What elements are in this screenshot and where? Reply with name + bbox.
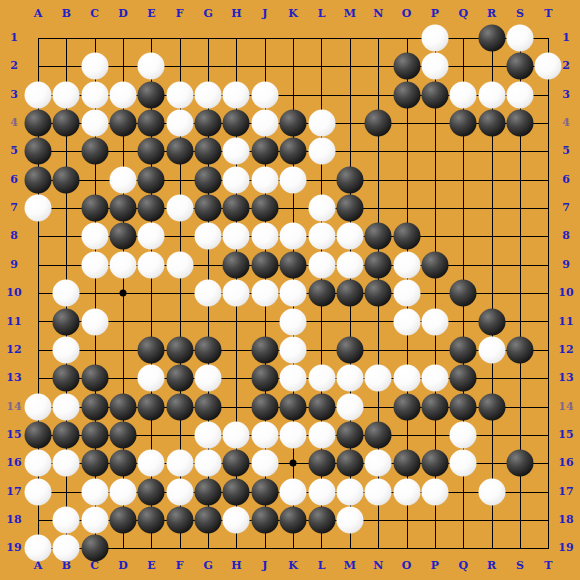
col-label-top-T: T bbox=[534, 8, 562, 20]
black-stone-d18 bbox=[110, 506, 137, 533]
white-stone-e13 bbox=[138, 365, 165, 392]
white-stone-m13 bbox=[336, 365, 363, 392]
white-stone-j4 bbox=[251, 110, 278, 137]
row-label-left-12: 12 bbox=[0, 344, 28, 356]
black-stone-s4 bbox=[506, 110, 533, 137]
row-label-right-11: 11 bbox=[552, 316, 580, 328]
row-label-right-16: 16 bbox=[552, 457, 580, 469]
row-label-right-14: 14 bbox=[552, 401, 580, 413]
white-stone-c17 bbox=[81, 478, 108, 505]
white-stone-l4 bbox=[308, 110, 335, 137]
white-stone-f4 bbox=[166, 110, 193, 137]
white-stone-s3 bbox=[506, 81, 533, 108]
white-stone-h3 bbox=[223, 81, 250, 108]
row-label-left-2: 2 bbox=[0, 60, 28, 72]
white-stone-r12 bbox=[478, 336, 505, 363]
black-stone-m16 bbox=[336, 450, 363, 477]
white-stone-t2 bbox=[535, 53, 562, 80]
white-stone-o11 bbox=[393, 308, 420, 335]
white-stone-l8 bbox=[308, 223, 335, 250]
black-stone-j5 bbox=[251, 138, 278, 165]
black-stone-k5 bbox=[280, 138, 307, 165]
white-stone-d17 bbox=[110, 478, 137, 505]
white-stone-j3 bbox=[251, 81, 278, 108]
black-stone-s12 bbox=[506, 336, 533, 363]
col-label-bottom-M: M bbox=[336, 560, 364, 572]
white-stone-o10 bbox=[393, 280, 420, 307]
col-label-top-Q: Q bbox=[449, 8, 477, 20]
white-stone-g10 bbox=[195, 280, 222, 307]
col-label-top-J: J bbox=[251, 8, 279, 20]
row-label-right-1: 1 bbox=[552, 32, 580, 44]
black-stone-s16 bbox=[506, 450, 533, 477]
white-stone-h8 bbox=[223, 223, 250, 250]
col-label-bottom-F: F bbox=[166, 560, 194, 572]
black-stone-m12 bbox=[336, 336, 363, 363]
white-stone-b18 bbox=[53, 506, 80, 533]
black-stone-a15 bbox=[25, 421, 52, 448]
black-stone-e14 bbox=[138, 393, 165, 420]
black-stone-q14 bbox=[450, 393, 477, 420]
white-stone-b19 bbox=[53, 535, 80, 562]
black-stone-g14 bbox=[195, 393, 222, 420]
white-stone-m14 bbox=[336, 393, 363, 420]
white-stone-s1 bbox=[506, 25, 533, 52]
black-stone-d14 bbox=[110, 393, 137, 420]
black-stone-k9 bbox=[280, 251, 307, 278]
white-stone-o9 bbox=[393, 251, 420, 278]
black-stone-b13 bbox=[53, 365, 80, 392]
col-label-bottom-Q: Q bbox=[449, 560, 477, 572]
black-stone-n4 bbox=[365, 110, 392, 137]
row-label-left-10: 10 bbox=[0, 287, 28, 299]
col-label-bottom-C: C bbox=[81, 560, 109, 572]
black-stone-h7 bbox=[223, 195, 250, 222]
white-stone-j15 bbox=[251, 421, 278, 448]
col-label-top-R: R bbox=[478, 8, 506, 20]
white-stone-n16 bbox=[365, 450, 392, 477]
star-point-d10 bbox=[120, 290, 127, 297]
black-stone-j9 bbox=[251, 251, 278, 278]
black-stone-f18 bbox=[166, 506, 193, 533]
white-stone-a19 bbox=[25, 535, 52, 562]
white-stone-a3 bbox=[25, 81, 52, 108]
white-stone-k17 bbox=[280, 478, 307, 505]
black-stone-d15 bbox=[110, 421, 137, 448]
black-stone-h16 bbox=[223, 450, 250, 477]
black-stone-q10 bbox=[450, 280, 477, 307]
white-stone-j6 bbox=[251, 166, 278, 193]
black-stone-e4 bbox=[138, 110, 165, 137]
white-stone-k8 bbox=[280, 223, 307, 250]
white-stone-l7 bbox=[308, 195, 335, 222]
black-stone-e18 bbox=[138, 506, 165, 533]
black-stone-j14 bbox=[251, 393, 278, 420]
black-stone-j7 bbox=[251, 195, 278, 222]
black-stone-h17 bbox=[223, 478, 250, 505]
white-stone-j8 bbox=[251, 223, 278, 250]
white-stone-p17 bbox=[421, 478, 448, 505]
white-stone-k13 bbox=[280, 365, 307, 392]
white-stone-h10 bbox=[223, 280, 250, 307]
white-stone-f16 bbox=[166, 450, 193, 477]
black-stone-l10 bbox=[308, 280, 335, 307]
black-stone-c7 bbox=[81, 195, 108, 222]
row-label-right-8: 8 bbox=[552, 230, 580, 242]
col-label-top-K: K bbox=[279, 8, 307, 20]
white-stone-p2 bbox=[421, 53, 448, 80]
col-label-bottom-D: D bbox=[109, 560, 137, 572]
white-stone-l5 bbox=[308, 138, 335, 165]
black-stone-p16 bbox=[421, 450, 448, 477]
black-stone-m10 bbox=[336, 280, 363, 307]
col-label-top-H: H bbox=[222, 8, 250, 20]
white-stone-f3 bbox=[166, 81, 193, 108]
white-stone-p13 bbox=[421, 365, 448, 392]
col-label-top-E: E bbox=[137, 8, 165, 20]
col-label-bottom-R: R bbox=[478, 560, 506, 572]
white-stone-m9 bbox=[336, 251, 363, 278]
white-stone-f9 bbox=[166, 251, 193, 278]
col-label-bottom-P: P bbox=[421, 560, 449, 572]
white-stone-l9 bbox=[308, 251, 335, 278]
col-label-top-G: G bbox=[194, 8, 222, 20]
black-stone-f12 bbox=[166, 336, 193, 363]
black-stone-q13 bbox=[450, 365, 477, 392]
black-stone-r11 bbox=[478, 308, 505, 335]
white-stone-a14 bbox=[25, 393, 52, 420]
black-stone-s2 bbox=[506, 53, 533, 80]
black-stone-a4 bbox=[25, 110, 52, 137]
row-label-right-9: 9 bbox=[552, 259, 580, 271]
black-stone-n10 bbox=[365, 280, 392, 307]
black-stone-g5 bbox=[195, 138, 222, 165]
col-label-bottom-G: G bbox=[194, 560, 222, 572]
white-stone-e2 bbox=[138, 53, 165, 80]
black-stone-p3 bbox=[421, 81, 448, 108]
row-label-left-11: 11 bbox=[0, 316, 28, 328]
white-stone-a16 bbox=[25, 450, 52, 477]
white-stone-a7 bbox=[25, 195, 52, 222]
black-stone-g12 bbox=[195, 336, 222, 363]
black-stone-d7 bbox=[110, 195, 137, 222]
black-stone-e3 bbox=[138, 81, 165, 108]
col-label-top-C: C bbox=[81, 8, 109, 20]
white-stone-q15 bbox=[450, 421, 477, 448]
black-stone-q4 bbox=[450, 110, 477, 137]
col-label-top-A: A bbox=[24, 8, 52, 20]
black-stone-g6 bbox=[195, 166, 222, 193]
white-stone-e8 bbox=[138, 223, 165, 250]
black-stone-m6 bbox=[336, 166, 363, 193]
black-stone-j18 bbox=[251, 506, 278, 533]
black-stone-c14 bbox=[81, 393, 108, 420]
col-label-top-P: P bbox=[421, 8, 449, 20]
white-stone-b14 bbox=[53, 393, 80, 420]
col-label-bottom-T: T bbox=[534, 560, 562, 572]
row-label-right-5: 5 bbox=[552, 145, 580, 157]
black-stone-j13 bbox=[251, 365, 278, 392]
row-label-right-3: 3 bbox=[552, 89, 580, 101]
row-label-right-13: 13 bbox=[552, 372, 580, 384]
white-stone-c4 bbox=[81, 110, 108, 137]
black-stone-c15 bbox=[81, 421, 108, 448]
black-stone-n9 bbox=[365, 251, 392, 278]
black-stone-c13 bbox=[81, 365, 108, 392]
black-stone-o2 bbox=[393, 53, 420, 80]
white-stone-g16 bbox=[195, 450, 222, 477]
black-stone-d4 bbox=[110, 110, 137, 137]
white-stone-k15 bbox=[280, 421, 307, 448]
col-label-top-M: M bbox=[336, 8, 364, 20]
white-stone-k10 bbox=[280, 280, 307, 307]
black-stone-q12 bbox=[450, 336, 477, 363]
white-stone-g3 bbox=[195, 81, 222, 108]
black-stone-e17 bbox=[138, 478, 165, 505]
black-stone-j17 bbox=[251, 478, 278, 505]
col-label-bottom-E: E bbox=[137, 560, 165, 572]
black-stone-e5 bbox=[138, 138, 165, 165]
star-point-k16 bbox=[290, 460, 297, 467]
col-label-bottom-S: S bbox=[506, 560, 534, 572]
row-label-right-4: 4 bbox=[552, 117, 580, 129]
white-stone-o13 bbox=[393, 365, 420, 392]
col-label-bottom-B: B bbox=[52, 560, 80, 572]
black-stone-o8 bbox=[393, 223, 420, 250]
white-stone-n17 bbox=[365, 478, 392, 505]
white-stone-m17 bbox=[336, 478, 363, 505]
black-stone-j12 bbox=[251, 336, 278, 363]
white-stone-b10 bbox=[53, 280, 80, 307]
black-stone-n15 bbox=[365, 421, 392, 448]
row-label-right-12: 12 bbox=[552, 344, 580, 356]
black-stone-g17 bbox=[195, 478, 222, 505]
col-label-bottom-N: N bbox=[364, 560, 392, 572]
black-stone-n8 bbox=[365, 223, 392, 250]
row-label-left-8: 8 bbox=[0, 230, 28, 242]
white-stone-r17 bbox=[478, 478, 505, 505]
black-stone-o16 bbox=[393, 450, 420, 477]
white-stone-b12 bbox=[53, 336, 80, 363]
black-stone-r1 bbox=[478, 25, 505, 52]
white-stone-c18 bbox=[81, 506, 108, 533]
black-stone-f14 bbox=[166, 393, 193, 420]
white-stone-d9 bbox=[110, 251, 137, 278]
go-board[interactable]: AABBCCDDEEFFGGHHJJKKLLMMNNOOPPQQRRSSTT11… bbox=[0, 0, 580, 580]
white-stone-h18 bbox=[223, 506, 250, 533]
col-label-top-D: D bbox=[109, 8, 137, 20]
black-stone-m15 bbox=[336, 421, 363, 448]
black-stone-d8 bbox=[110, 223, 137, 250]
white-stone-j16 bbox=[251, 450, 278, 477]
black-stone-o3 bbox=[393, 81, 420, 108]
black-stone-l18 bbox=[308, 506, 335, 533]
black-stone-c16 bbox=[81, 450, 108, 477]
white-stone-l15 bbox=[308, 421, 335, 448]
col-label-top-L: L bbox=[308, 8, 336, 20]
row-label-left-1: 1 bbox=[0, 32, 28, 44]
black-stone-g4 bbox=[195, 110, 222, 137]
black-stone-l16 bbox=[308, 450, 335, 477]
black-stone-r14 bbox=[478, 393, 505, 420]
white-stone-h6 bbox=[223, 166, 250, 193]
white-stone-c11 bbox=[81, 308, 108, 335]
white-stone-k6 bbox=[280, 166, 307, 193]
black-stone-f5 bbox=[166, 138, 193, 165]
black-stone-f13 bbox=[166, 365, 193, 392]
col-label-bottom-O: O bbox=[393, 560, 421, 572]
white-stone-h5 bbox=[223, 138, 250, 165]
white-stone-o17 bbox=[393, 478, 420, 505]
white-stone-r3 bbox=[478, 81, 505, 108]
row-label-right-17: 17 bbox=[552, 486, 580, 498]
row-label-right-15: 15 bbox=[552, 429, 580, 441]
black-stone-k18 bbox=[280, 506, 307, 533]
col-label-bottom-L: L bbox=[308, 560, 336, 572]
white-stone-h15 bbox=[223, 421, 250, 448]
white-stone-c2 bbox=[81, 53, 108, 80]
white-stone-b3 bbox=[53, 81, 80, 108]
col-label-bottom-H: H bbox=[222, 560, 250, 572]
black-stone-p14 bbox=[421, 393, 448, 420]
row-label-left-9: 9 bbox=[0, 259, 28, 271]
row-label-right-10: 10 bbox=[552, 287, 580, 299]
black-stone-k14 bbox=[280, 393, 307, 420]
black-stone-g18 bbox=[195, 506, 222, 533]
white-stone-l13 bbox=[308, 365, 335, 392]
black-stone-c5 bbox=[81, 138, 108, 165]
white-stone-g15 bbox=[195, 421, 222, 448]
black-stone-b4 bbox=[53, 110, 80, 137]
white-stone-e16 bbox=[138, 450, 165, 477]
black-stone-a5 bbox=[25, 138, 52, 165]
white-stone-c9 bbox=[81, 251, 108, 278]
black-stone-d16 bbox=[110, 450, 137, 477]
white-stone-g8 bbox=[195, 223, 222, 250]
col-label-top-N: N bbox=[364, 8, 392, 20]
row-label-left-13: 13 bbox=[0, 372, 28, 384]
black-stone-o14 bbox=[393, 393, 420, 420]
black-stone-m7 bbox=[336, 195, 363, 222]
col-label-bottom-K: K bbox=[279, 560, 307, 572]
white-stone-d6 bbox=[110, 166, 137, 193]
white-stone-b16 bbox=[53, 450, 80, 477]
white-stone-n13 bbox=[365, 365, 392, 392]
row-label-right-19: 19 bbox=[552, 542, 580, 554]
black-stone-b15 bbox=[53, 421, 80, 448]
col-label-bottom-A: A bbox=[24, 560, 52, 572]
white-stone-d3 bbox=[110, 81, 137, 108]
white-stone-a17 bbox=[25, 478, 52, 505]
white-stone-q3 bbox=[450, 81, 477, 108]
white-stone-c3 bbox=[81, 81, 108, 108]
col-label-top-F: F bbox=[166, 8, 194, 20]
white-stone-k11 bbox=[280, 308, 307, 335]
black-stone-b6 bbox=[53, 166, 80, 193]
black-stone-g7 bbox=[195, 195, 222, 222]
white-stone-q16 bbox=[450, 450, 477, 477]
black-stone-p9 bbox=[421, 251, 448, 278]
row-label-right-7: 7 bbox=[552, 202, 580, 214]
black-stone-k4 bbox=[280, 110, 307, 137]
col-label-top-B: B bbox=[52, 8, 80, 20]
white-stone-l17 bbox=[308, 478, 335, 505]
black-stone-e6 bbox=[138, 166, 165, 193]
black-stone-b11 bbox=[53, 308, 80, 335]
white-stone-e9 bbox=[138, 251, 165, 278]
row-label-left-18: 18 bbox=[0, 514, 28, 526]
row-label-right-18: 18 bbox=[552, 514, 580, 526]
black-stone-l14 bbox=[308, 393, 335, 420]
white-stone-m8 bbox=[336, 223, 363, 250]
col-label-bottom-J: J bbox=[251, 560, 279, 572]
white-stone-f17 bbox=[166, 478, 193, 505]
white-stone-f7 bbox=[166, 195, 193, 222]
white-stone-g13 bbox=[195, 365, 222, 392]
black-stone-h9 bbox=[223, 251, 250, 278]
black-stone-c19 bbox=[81, 535, 108, 562]
white-stone-p1 bbox=[421, 25, 448, 52]
black-stone-h4 bbox=[223, 110, 250, 137]
black-stone-r4 bbox=[478, 110, 505, 137]
white-stone-m18 bbox=[336, 506, 363, 533]
black-stone-e7 bbox=[138, 195, 165, 222]
white-stone-j10 bbox=[251, 280, 278, 307]
col-label-top-O: O bbox=[393, 8, 421, 20]
black-stone-e12 bbox=[138, 336, 165, 363]
white-stone-k12 bbox=[280, 336, 307, 363]
row-label-right-6: 6 bbox=[552, 174, 580, 186]
black-stone-a6 bbox=[25, 166, 52, 193]
white-stone-c8 bbox=[81, 223, 108, 250]
col-label-top-S: S bbox=[506, 8, 534, 20]
white-stone-p11 bbox=[421, 308, 448, 335]
